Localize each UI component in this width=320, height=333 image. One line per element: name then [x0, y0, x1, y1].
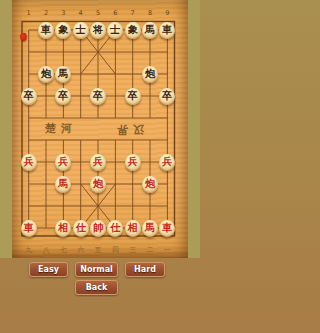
piece-black-horse[interactable]: 馬 [142, 22, 158, 39]
piece-black-soldier[interactable]: 卒 [90, 88, 106, 105]
piece-glyph: 兵 [93, 157, 103, 167]
piece-glyph: 仕 [110, 223, 120, 233]
piece-glyph: 兵 [24, 157, 34, 167]
piece-glyph: 象 [58, 25, 68, 35]
piece-glyph: 将 [93, 25, 103, 35]
back-button[interactable]: Back [75, 280, 118, 295]
piece-glyph: 兵 [162, 157, 172, 167]
piece-red-soldier[interactable]: 兵 [125, 154, 141, 171]
piece-red-chariot[interactable]: 車 [159, 220, 175, 237]
piece-black-advisor[interactable]: 士 [73, 22, 89, 39]
piece-glyph: 炮 [41, 69, 51, 79]
piece-glyph: 相 [58, 223, 68, 233]
piece-black-advisor[interactable]: 士 [107, 22, 123, 39]
file-label: 八 [37, 245, 54, 255]
piece-black-horse[interactable]: 馬 [55, 66, 71, 83]
file-label: 6 [107, 9, 124, 17]
file-label: 8 [141, 9, 158, 17]
piece-red-soldier[interactable]: 兵 [159, 154, 175, 171]
piece-glyph: 炮 [145, 69, 155, 79]
piece-red-elephant[interactable]: 相 [125, 220, 141, 237]
file-label: 九 [20, 245, 37, 255]
file-label: 二 [141, 245, 158, 255]
piece-glyph: 馬 [58, 179, 68, 189]
piece-glyph: 車 [162, 25, 172, 35]
piece-red-horse[interactable]: 馬 [142, 220, 158, 237]
piece-glyph: 仕 [76, 223, 86, 233]
piece-glyph: 卒 [93, 91, 103, 101]
piece-black-elephant[interactable]: 象 [125, 22, 141, 39]
piece-glyph: 卒 [128, 91, 138, 101]
piece-glyph: 象 [128, 25, 138, 35]
piece-black-cannon[interactable]: 炮 [38, 66, 54, 83]
easy-button[interactable]: Easy [29, 262, 68, 277]
file-label: 9 [159, 9, 176, 17]
piece-glyph: 士 [110, 25, 120, 35]
file-label: 六 [72, 245, 89, 255]
piece-glyph: 兵 [128, 157, 138, 167]
piece-red-chariot[interactable]: 車 [21, 220, 37, 237]
piece-glyph: 兵 [58, 157, 68, 167]
piece-black-elephant[interactable]: 象 [55, 22, 71, 39]
file-label: 7 [124, 9, 141, 17]
piece-black-cannon[interactable]: 炮 [142, 66, 158, 83]
normal-button[interactable]: Normal [75, 262, 118, 277]
file-label: 2 [37, 9, 54, 17]
piece-black-soldier[interactable]: 卒 [125, 88, 141, 105]
piece-glyph: 車 [162, 223, 172, 233]
piece-red-soldier[interactable]: 兵 [21, 154, 37, 171]
piece-glyph: 車 [24, 223, 34, 233]
file-label: 3 [55, 9, 72, 17]
piece-red-advisor[interactable]: 仕 [73, 220, 89, 237]
file-label: 七 [55, 245, 72, 255]
piece-glyph: 炮 [93, 179, 103, 189]
piece-red-general[interactable]: 帥 [90, 220, 106, 237]
file-label: 五 [89, 245, 106, 255]
file-label: 三 [124, 245, 141, 255]
bottom-file-labels: 九八七六五四三二一 [20, 245, 176, 255]
piece-black-chariot[interactable]: 車 [159, 22, 175, 39]
piece-glyph: 馬 [145, 223, 155, 233]
piece-glyph: 卒 [162, 91, 172, 101]
piece-grid: 車象士将士象馬車炮馬炮卒卒卒卒卒兵兵兵兵兵馬炮炮車相仕帥仕相馬車 [20, 19, 176, 239]
piece-red-soldier[interactable]: 兵 [55, 154, 71, 171]
piece-red-cannon[interactable]: 炮 [90, 176, 106, 193]
piece-black-soldier[interactable]: 卒 [55, 88, 71, 105]
piece-glyph: 馬 [58, 69, 68, 79]
hard-button[interactable]: Hard [125, 262, 165, 277]
piece-red-advisor[interactable]: 仕 [107, 220, 123, 237]
file-label: 1 [20, 9, 37, 17]
file-label: 5 [89, 9, 106, 17]
piece-glyph: 帥 [93, 223, 103, 233]
piece-glyph: 卒 [58, 91, 68, 101]
piece-red-cannon[interactable]: 炮 [142, 176, 158, 193]
piece-glyph: 士 [76, 25, 86, 35]
piece-black-chariot[interactable]: 車 [38, 22, 54, 39]
piece-glyph: 車 [41, 25, 51, 35]
piece-glyph: 卒 [24, 91, 34, 101]
piece-glyph: 相 [128, 223, 138, 233]
top-file-labels: 123456789 [20, 9, 176, 17]
piece-black-soldier[interactable]: 卒 [159, 88, 175, 105]
piece-black-soldier[interactable]: 卒 [21, 88, 37, 105]
file-label: 4 [72, 9, 89, 17]
file-label: 一 [159, 245, 176, 255]
piece-red-elephant[interactable]: 相 [55, 220, 71, 237]
piece-red-soldier[interactable]: 兵 [90, 154, 106, 171]
file-label: 四 [107, 245, 124, 255]
piece-black-general[interactable]: 将 [90, 22, 106, 39]
piece-glyph: 炮 [145, 179, 155, 189]
piece-red-horse[interactable]: 馬 [55, 176, 71, 193]
piece-glyph: 馬 [145, 25, 155, 35]
